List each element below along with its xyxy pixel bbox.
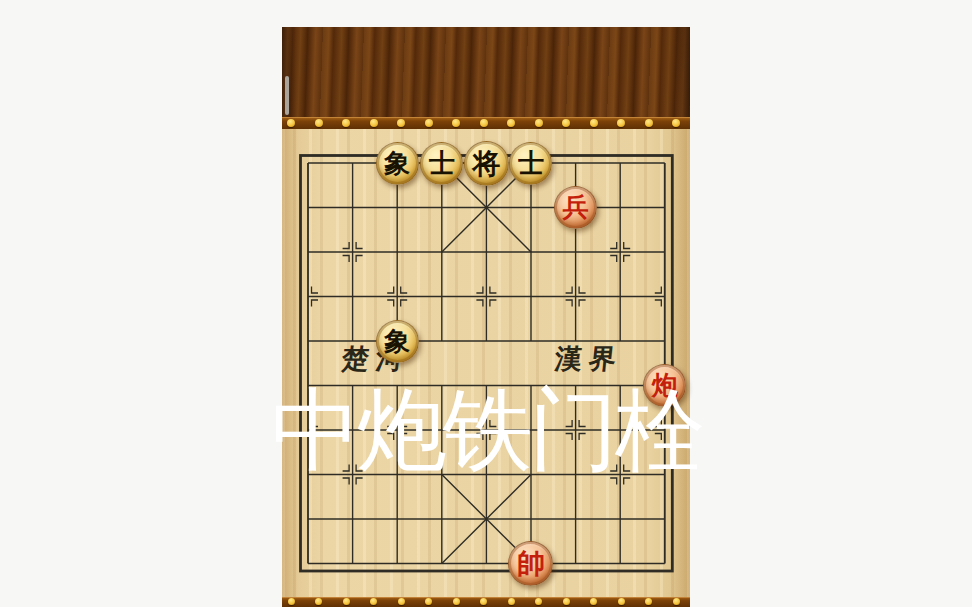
piece-glyph: 将 (472, 142, 500, 185)
piece-glyph: 象 (384, 142, 410, 185)
stud-strip-bottom (282, 597, 690, 607)
piece-glyph: 士 (518, 142, 544, 185)
nail-icon (425, 598, 432, 605)
piece-red-general[interactable]: 帥 (508, 541, 553, 586)
piece-black-general[interactable]: 将 (464, 141, 509, 186)
nail-icon (343, 598, 350, 605)
opening-title-overlay: 中炮铁门栓 (271, 381, 701, 479)
nail-icon (590, 598, 597, 605)
piece-black-advisor[interactable]: 士 (420, 142, 463, 185)
nail-icon (480, 598, 487, 605)
page-background: { "game": "xiangqi", "overlay": { "title… (0, 0, 972, 607)
nail-icon (315, 598, 322, 605)
nail-icon (645, 598, 652, 605)
piece-glyph: 帥 (517, 542, 545, 585)
nail-icon (288, 598, 295, 605)
nail-icon (535, 598, 542, 605)
piece-red-soldier[interactable]: 兵 (554, 186, 597, 229)
piece-black-elephant[interactable]: 象 (376, 320, 419, 363)
nail-icon (563, 598, 570, 605)
piece-glyph: 象 (384, 320, 410, 363)
nail-icon (673, 598, 680, 605)
nail-icon (370, 598, 377, 605)
nail-icon (453, 598, 460, 605)
piece-glyph: 士 (429, 142, 455, 185)
nail-icon (398, 598, 405, 605)
nail-icon (618, 598, 625, 605)
piece-glyph: 兵 (563, 186, 589, 229)
piece-black-elephant[interactable]: 象 (376, 142, 419, 185)
nail-icon (508, 598, 515, 605)
piece-black-advisor[interactable]: 士 (509, 142, 552, 185)
xiangqi-board[interactable]: 象士将士象兵炮帥 (286, 141, 687, 586)
game-container: 楚河 漢界 象士将士象兵炮帥 中炮铁门栓 (282, 0, 690, 607)
